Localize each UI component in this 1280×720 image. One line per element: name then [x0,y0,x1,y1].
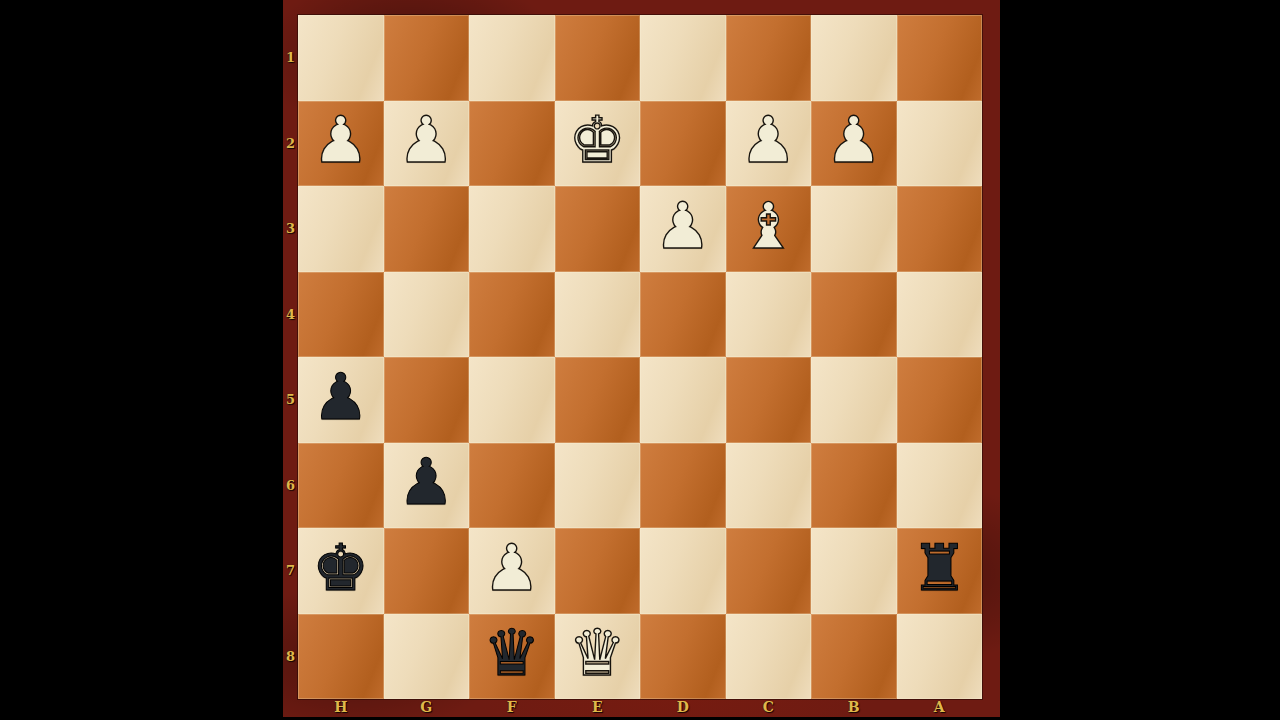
square-h2[interactable]: ♟ [298,101,384,187]
square-c6[interactable] [726,443,812,529]
square-h5[interactable]: ♟ [298,357,384,443]
square-e5[interactable] [555,357,641,443]
square-a3[interactable] [897,186,983,272]
rank-label-1: 1 [283,15,298,101]
square-f7[interactable]: ♟ [469,528,555,614]
square-g4[interactable] [384,272,470,358]
square-g7[interactable] [384,528,470,614]
square-a8[interactable] [897,614,983,700]
square-d5[interactable] [640,357,726,443]
video-canvas: ♟♟♚♟♟♟♝♟♟♚♟♜♛♛ 12345678 HGFEDCBA [0,0,1280,720]
square-a6[interactable] [897,443,983,529]
file-label-b: B [811,699,897,717]
square-h1[interactable] [298,15,384,101]
piece-white-pawn-c2[interactable]: ♟ [740,108,797,172]
file-label-e: E [555,699,641,717]
piece-white-pawn-d3[interactable]: ♟ [654,194,711,258]
square-d4[interactable] [640,272,726,358]
file-label-h: H [298,699,384,717]
piece-white-pawn-h2[interactable]: ♟ [312,108,369,172]
square-c5[interactable] [726,357,812,443]
square-b6[interactable] [811,443,897,529]
piece-black-pawn-g6[interactable]: ♟ [398,450,455,514]
square-h7[interactable]: ♚ [298,528,384,614]
square-b4[interactable] [811,272,897,358]
piece-white-pawn-f7[interactable]: ♟ [483,536,540,600]
square-d3[interactable]: ♟ [640,186,726,272]
square-a2[interactable] [897,101,983,187]
square-d7[interactable] [640,528,726,614]
file-label-f: F [469,699,555,717]
square-c3[interactable]: ♝ [726,186,812,272]
square-h4[interactable] [298,272,384,358]
chess-board: ♟♟♚♟♟♟♝♟♟♚♟♜♛♛ [298,15,982,699]
square-g5[interactable] [384,357,470,443]
square-b1[interactable] [811,15,897,101]
chess-board-frame: ♟♟♚♟♟♟♝♟♟♚♟♜♛♛ 12345678 HGFEDCBA [283,0,1000,717]
square-c7[interactable] [726,528,812,614]
square-e4[interactable] [555,272,641,358]
square-b7[interactable] [811,528,897,614]
square-b2[interactable]: ♟ [811,101,897,187]
square-a1[interactable] [897,15,983,101]
square-e7[interactable] [555,528,641,614]
rank-label-7: 7 [283,528,298,614]
piece-black-pawn-h5[interactable]: ♟ [312,365,369,429]
square-f4[interactable] [469,272,555,358]
rank-label-5: 5 [283,357,298,443]
square-e3[interactable] [555,186,641,272]
rank-label-2: 2 [283,101,298,187]
piece-white-king-e2[interactable]: ♚ [569,108,626,172]
piece-white-bishop-c3[interactable]: ♝ [740,194,797,258]
piece-black-rook-a7[interactable]: ♜ [911,536,968,600]
square-h8[interactable] [298,614,384,700]
square-e2[interactable]: ♚ [555,101,641,187]
square-c2[interactable]: ♟ [726,101,812,187]
square-a5[interactable] [897,357,983,443]
file-label-a: A [897,699,983,717]
square-c4[interactable] [726,272,812,358]
square-b8[interactable] [811,614,897,700]
square-g6[interactable]: ♟ [384,443,470,529]
file-label-d: D [640,699,726,717]
square-e8[interactable]: ♛ [555,614,641,700]
piece-black-king-h7[interactable]: ♚ [312,536,369,600]
rank-label-8: 8 [283,614,298,700]
square-c1[interactable] [726,15,812,101]
piece-black-queen-f8[interactable]: ♛ [483,621,540,685]
piece-white-pawn-b2[interactable]: ♟ [825,108,882,172]
square-g8[interactable] [384,614,470,700]
square-h3[interactable] [298,186,384,272]
square-g1[interactable] [384,15,470,101]
square-f3[interactable] [469,186,555,272]
square-a7[interactable]: ♜ [897,528,983,614]
square-c8[interactable] [726,614,812,700]
square-d6[interactable] [640,443,726,529]
piece-white-queen-e8[interactable]: ♛ [569,621,626,685]
square-d8[interactable] [640,614,726,700]
square-f8[interactable]: ♛ [469,614,555,700]
square-g3[interactable] [384,186,470,272]
square-g2[interactable]: ♟ [384,101,470,187]
file-label-g: G [384,699,470,717]
file-label-c: C [726,699,812,717]
rank-label-6: 6 [283,443,298,529]
square-e6[interactable] [555,443,641,529]
square-a4[interactable] [897,272,983,358]
square-f6[interactable] [469,443,555,529]
square-b3[interactable] [811,186,897,272]
square-f1[interactable] [469,15,555,101]
square-e1[interactable] [555,15,641,101]
rank-label-4: 4 [283,272,298,358]
piece-white-pawn-g2[interactable]: ♟ [398,108,455,172]
square-f5[interactable] [469,357,555,443]
rank-label-3: 3 [283,186,298,272]
square-d2[interactable] [640,101,726,187]
square-h6[interactable] [298,443,384,529]
square-f2[interactable] [469,101,555,187]
square-b5[interactable] [811,357,897,443]
square-d1[interactable] [640,15,726,101]
